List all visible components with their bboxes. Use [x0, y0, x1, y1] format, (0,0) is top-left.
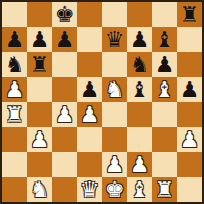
square-c3[interactable]	[52, 127, 77, 152]
square-b8[interactable]	[27, 2, 52, 27]
square-b4[interactable]	[27, 102, 52, 127]
square-c8[interactable]: ♚	[52, 2, 77, 27]
square-c5[interactable]	[52, 77, 77, 102]
white-queen-icon: ♛	[80, 177, 100, 202]
square-b6[interactable]: ♜	[27, 52, 52, 77]
square-f2[interactable]: ♟	[127, 152, 152, 177]
square-a4[interactable]: ♜	[2, 102, 27, 127]
black-king-icon: ♚	[55, 2, 75, 27]
black-pawn-icon: ♟	[180, 77, 200, 102]
square-d3[interactable]	[77, 127, 102, 152]
chess-board-frame: ♚♜♟♟♟♛♟♝♞♜♞♟♟♟♞♝♝♟♜♟♟♟♟♟♟♞♛♚♝♜	[0, 0, 204, 204]
square-h4[interactable]	[177, 102, 202, 127]
black-rook-icon: ♜	[180, 2, 200, 27]
square-e1[interactable]: ♚	[102, 177, 127, 202]
white-pawn-icon: ♟	[80, 102, 100, 127]
square-c7[interactable]: ♟	[52, 27, 77, 52]
black-knight-icon: ♞	[130, 52, 150, 77]
square-c6[interactable]	[52, 52, 77, 77]
square-d5[interactable]: ♟	[77, 77, 102, 102]
black-bishop-icon: ♝	[155, 27, 175, 52]
black-rook-icon: ♜	[30, 52, 50, 77]
square-c2[interactable]	[52, 152, 77, 177]
square-h5[interactable]: ♟	[177, 77, 202, 102]
black-pawn-icon: ♟	[30, 27, 50, 52]
square-b7[interactable]: ♟	[27, 27, 52, 52]
square-g2[interactable]	[152, 152, 177, 177]
square-a7[interactable]: ♟	[2, 27, 27, 52]
square-f1[interactable]: ♝	[127, 177, 152, 202]
white-knight-icon: ♞	[105, 77, 125, 102]
black-queen-icon: ♛	[105, 27, 125, 52]
square-e5[interactable]: ♞	[102, 77, 127, 102]
square-f3[interactable]	[127, 127, 152, 152]
square-g8[interactable]	[152, 2, 177, 27]
square-e3[interactable]	[102, 127, 127, 152]
square-e8[interactable]	[102, 2, 127, 27]
black-bishop-icon: ♝	[130, 77, 150, 102]
square-d8[interactable]	[77, 2, 102, 27]
white-pawn-icon: ♟	[5, 77, 25, 102]
square-a5[interactable]: ♟	[2, 77, 27, 102]
square-f6[interactable]: ♞	[127, 52, 152, 77]
square-a2[interactable]	[2, 152, 27, 177]
square-a6[interactable]: ♞	[2, 52, 27, 77]
black-pawn-icon: ♟	[5, 27, 25, 52]
black-knight-icon: ♞	[5, 52, 25, 77]
white-bishop-icon: ♝	[155, 77, 175, 102]
square-a3[interactable]	[2, 127, 27, 152]
square-h8[interactable]: ♜	[177, 2, 202, 27]
square-g6[interactable]: ♟	[152, 52, 177, 77]
square-f8[interactable]	[127, 2, 152, 27]
square-g5[interactable]: ♝	[152, 77, 177, 102]
square-h3[interactable]: ♟	[177, 127, 202, 152]
chess-board: ♚♜♟♟♟♛♟♝♞♜♞♟♟♟♞♝♝♟♜♟♟♟♟♟♟♞♛♚♝♜	[2, 2, 202, 202]
white-rook-icon: ♜	[5, 102, 25, 127]
square-h2[interactable]	[177, 152, 202, 177]
square-g4[interactable]	[152, 102, 177, 127]
square-a1[interactable]	[2, 177, 27, 202]
square-b5[interactable]	[27, 77, 52, 102]
square-c1[interactable]	[52, 177, 77, 202]
square-g1[interactable]: ♜	[152, 177, 177, 202]
white-pawn-icon: ♟	[130, 152, 150, 177]
square-h1[interactable]	[177, 177, 202, 202]
square-b3[interactable]: ♟	[27, 127, 52, 152]
square-g7[interactable]: ♝	[152, 27, 177, 52]
square-d4[interactable]: ♟	[77, 102, 102, 127]
square-f5[interactable]: ♝	[127, 77, 152, 102]
black-pawn-icon: ♟	[155, 52, 175, 77]
square-a8[interactable]	[2, 2, 27, 27]
square-f4[interactable]	[127, 102, 152, 127]
square-d2[interactable]	[77, 152, 102, 177]
square-d1[interactable]: ♛	[77, 177, 102, 202]
square-b1[interactable]: ♞	[27, 177, 52, 202]
square-e2[interactable]: ♟	[102, 152, 127, 177]
white-bishop-icon: ♝	[130, 177, 150, 202]
black-pawn-icon: ♟	[55, 27, 75, 52]
white-king-icon: ♚	[105, 177, 125, 202]
square-c4[interactable]: ♟	[52, 102, 77, 127]
square-g3[interactable]	[152, 127, 177, 152]
white-knight-icon: ♞	[30, 177, 50, 202]
square-h6[interactable]	[177, 52, 202, 77]
white-pawn-icon: ♟	[55, 102, 75, 127]
white-pawn-icon: ♟	[105, 152, 125, 177]
black-pawn-icon: ♟	[80, 77, 100, 102]
white-pawn-icon: ♟	[30, 127, 50, 152]
square-e6[interactable]	[102, 52, 127, 77]
square-f7[interactable]: ♟	[127, 27, 152, 52]
square-e7[interactable]: ♛	[102, 27, 127, 52]
square-b2[interactable]	[27, 152, 52, 177]
square-e4[interactable]	[102, 102, 127, 127]
square-h7[interactable]	[177, 27, 202, 52]
square-d7[interactable]	[77, 27, 102, 52]
black-pawn-icon: ♟	[130, 27, 150, 52]
square-d6[interactable]	[77, 52, 102, 77]
white-pawn-icon: ♟	[180, 127, 200, 152]
white-rook-icon: ♜	[155, 177, 175, 202]
